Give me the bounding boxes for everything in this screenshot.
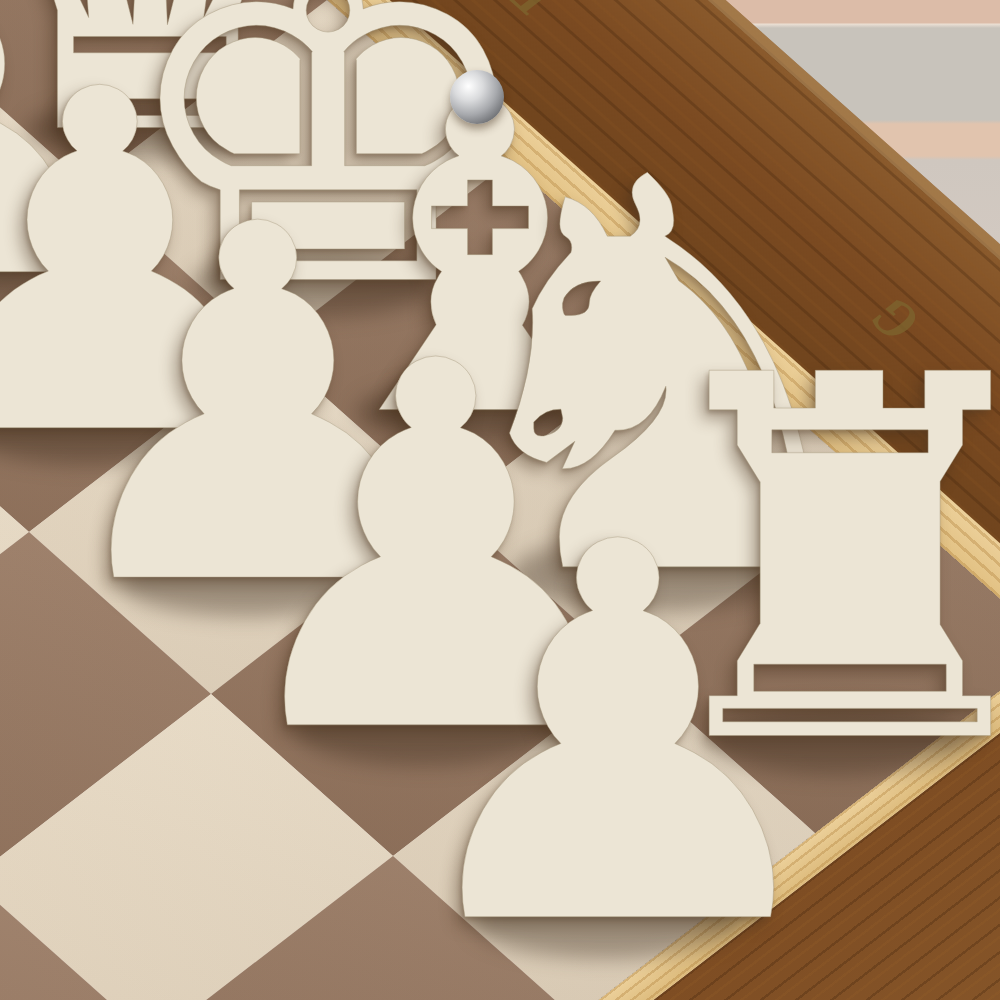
- chess-photo-stage: E G ♛♟♚♝♟♞♟♟♜♟: [0, 0, 1000, 1000]
- white-pawn-h7[interactable]: ♟: [385, 476, 851, 996]
